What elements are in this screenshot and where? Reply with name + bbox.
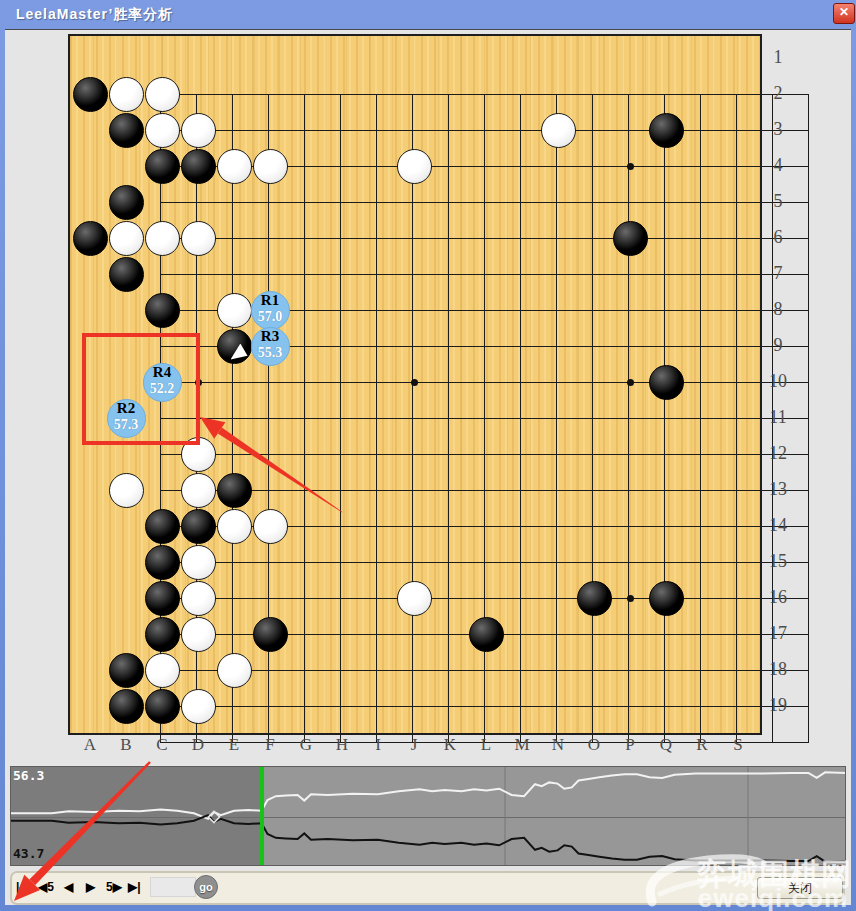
stone-white: [541, 113, 576, 148]
title-bar[interactable]: LeelaMaster’胜率分析 ✕: [0, 0, 856, 29]
stone-white: [145, 221, 180, 256]
stone-white: [181, 437, 216, 472]
row-label-16: 16: [762, 587, 794, 608]
stone-black: [217, 473, 252, 508]
stone-white: [109, 221, 144, 256]
row-label-4: 4: [762, 155, 794, 176]
row-label-12: 12: [762, 443, 794, 464]
candidate-move-r1[interactable]: R157.0: [251, 291, 290, 330]
col-label-O: O: [582, 735, 606, 755]
stone-white: [181, 689, 216, 724]
row-label-6: 6: [762, 227, 794, 248]
stone-black: [145, 581, 180, 616]
stone-black: [109, 689, 144, 724]
stone-black: [145, 617, 180, 652]
playback-forward-1-button[interactable]: ▶: [86, 879, 95, 895]
move-number-input[interactable]: [150, 877, 196, 897]
stone-black: [145, 293, 180, 328]
col-label-L: L: [474, 735, 498, 755]
row-label-15: 15: [762, 551, 794, 572]
candidate-move-r4[interactable]: R452.2: [143, 363, 182, 402]
row-label-13: 13: [762, 479, 794, 500]
stone-white: [109, 77, 144, 112]
stone-black: [469, 617, 504, 652]
winrate-top-value: 56.3: [13, 768, 44, 783]
stone-black: [145, 689, 180, 724]
candidate-winrate: 57.3: [114, 417, 139, 432]
col-label-H: H: [330, 735, 354, 755]
stone-white: [253, 149, 288, 184]
stone-black: [109, 653, 144, 688]
candidate-label: R2: [117, 400, 135, 417]
stone-white: [181, 617, 216, 652]
col-label-N: N: [546, 735, 570, 755]
star-point: [627, 163, 634, 170]
stone-white: [181, 113, 216, 148]
candidate-label: R3: [261, 328, 279, 345]
star-point: [195, 379, 202, 386]
stone-black: [109, 185, 144, 220]
stone-black: [145, 149, 180, 184]
candidate-label: R4: [153, 364, 171, 381]
candidate-winrate: 52.2: [150, 381, 175, 396]
row-label-5: 5: [762, 191, 794, 212]
stone-white: [181, 221, 216, 256]
stone-white: [181, 545, 216, 580]
stone-black: [613, 221, 648, 256]
stone-white: [109, 473, 144, 508]
playback-last-button[interactable]: ▶|: [128, 879, 141, 895]
stone-black: [649, 113, 684, 148]
row-label-8: 8: [762, 299, 794, 320]
col-label-B: B: [114, 735, 138, 755]
row-label-10: 10: [762, 371, 794, 392]
stone-black: [577, 581, 612, 616]
stone-black: [181, 509, 216, 544]
col-label-A: A: [78, 735, 102, 755]
col-label-I: I: [366, 735, 390, 755]
stone-black: [649, 365, 684, 400]
col-label-J: J: [402, 735, 426, 755]
stone-white: [253, 509, 288, 544]
stone-black: [217, 329, 252, 364]
col-label-Q: Q: [654, 735, 678, 755]
row-label-14: 14: [762, 515, 794, 536]
winrate-bottom-value: 43.7: [13, 846, 44, 861]
stone-black: [109, 257, 144, 292]
app-window: LeelaMaster’胜率分析 ✕ R157.0R257.3R355.3R45…: [0, 0, 856, 911]
col-label-K: K: [438, 735, 462, 755]
close-button[interactable]: 关闭: [757, 877, 843, 899]
star-point: [627, 595, 634, 602]
row-label-11: 11: [762, 407, 794, 428]
col-label-E: E: [222, 735, 246, 755]
playback-back-1-button[interactable]: ◀: [64, 879, 73, 895]
row-label-3: 3: [762, 119, 794, 140]
playback-first-button[interactable]: |◀: [16, 879, 29, 895]
row-label-1: 1: [762, 47, 794, 68]
col-label-S: S: [726, 735, 750, 755]
window-title: LeelaMaster’胜率分析: [16, 6, 173, 24]
go-button[interactable]: go: [194, 875, 218, 899]
stone-white: [397, 149, 432, 184]
star-point: [411, 379, 418, 386]
candidate-move-r3[interactable]: R355.3: [251, 327, 290, 366]
stone-black: [181, 149, 216, 184]
stone-black: [649, 581, 684, 616]
row-label-2: 2: [762, 83, 794, 104]
col-label-C: C: [150, 735, 174, 755]
stone-black: [145, 509, 180, 544]
row-label-18: 18: [762, 659, 794, 680]
row-label-9: 9: [762, 335, 794, 356]
winrate-graph[interactable]: [10, 766, 846, 866]
candidate-winrate: 55.3: [258, 345, 283, 360]
star-point: [627, 379, 634, 386]
stone-black: [145, 545, 180, 580]
stone-white: [217, 509, 252, 544]
stone-black: [73, 221, 108, 256]
stone-white: [397, 581, 432, 616]
col-label-P: P: [618, 735, 642, 755]
stone-white: [145, 653, 180, 688]
stone-black: [73, 77, 108, 112]
window-close-icon[interactable]: ✕: [833, 3, 855, 24]
candidate-move-r2[interactable]: R257.3: [107, 399, 146, 438]
current-move-cursor[interactable]: [260, 766, 264, 866]
col-label-D: D: [186, 735, 210, 755]
last-move-marker: [231, 344, 248, 360]
candidate-winrate: 57.0: [258, 309, 283, 324]
stone-white: [217, 653, 252, 688]
stone-white: [181, 581, 216, 616]
stone-white: [217, 293, 252, 328]
graph-played-region: [10, 766, 262, 866]
col-label-R: R: [690, 735, 714, 755]
row-label-17: 17: [762, 623, 794, 644]
row-label-7: 7: [762, 263, 794, 284]
stone-black: [109, 113, 144, 148]
stone-white: [181, 473, 216, 508]
stone-white: [145, 113, 180, 148]
stone-black: [253, 617, 288, 652]
playback-forward-5-button[interactable]: 5▶: [106, 879, 122, 895]
stone-white: [145, 77, 180, 112]
stone-white: [217, 149, 252, 184]
col-label-F: F: [258, 735, 282, 755]
col-label-G: G: [294, 735, 318, 755]
candidate-label: R1: [261, 292, 279, 309]
playback-back-5-button[interactable]: ◀5: [38, 879, 54, 895]
row-label-19: 19: [762, 695, 794, 716]
col-label-M: M: [510, 735, 534, 755]
